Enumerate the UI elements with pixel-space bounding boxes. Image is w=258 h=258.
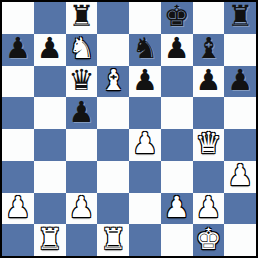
square-e7[interactable]: ♞ [129,34,161,66]
square-e3[interactable] [129,161,161,193]
square-f6[interactable] [161,66,193,98]
white-bishop[interactable]: ♝ [100,66,126,95]
square-g5[interactable] [193,97,225,129]
square-b8[interactable] [34,2,66,34]
white-pawn[interactable]: ♟ [132,129,158,158]
square-c3[interactable] [66,161,98,193]
square-h6[interactable]: ♟ [224,66,256,98]
square-b1[interactable]: ♜ [34,224,66,256]
square-a2[interactable]: ♟ [2,193,34,225]
black-pawn[interactable]: ♟ [5,34,31,63]
square-g3[interactable] [193,161,225,193]
black-pawn[interactable]: ♟ [164,34,190,63]
square-d8[interactable] [97,2,129,34]
black-knight[interactable]: ♞ [132,34,158,63]
square-h7[interactable] [224,34,256,66]
white-queen[interactable]: ♛ [195,129,221,158]
square-d6[interactable]: ♝ [97,66,129,98]
black-queen[interactable]: ♛ [68,66,94,95]
white-pawn[interactable]: ♟ [164,193,190,222]
square-a5[interactable] [2,97,34,129]
chess-board-frame: ♜♚♜♟♟♞♞♟♝♛♝♟♟♟♟♟♛♟♟♟♟♟♜♜♚ [0,0,258,258]
square-d2[interactable] [97,193,129,225]
square-a8[interactable] [2,2,34,34]
white-pawn[interactable]: ♟ [5,193,31,222]
square-d1[interactable]: ♜ [97,224,129,256]
square-d7[interactable] [97,34,129,66]
square-g7[interactable]: ♝ [193,34,225,66]
black-rook[interactable]: ♜ [227,2,253,31]
square-g8[interactable] [193,2,225,34]
black-pawn[interactable]: ♟ [132,66,158,95]
chess-board: ♜♚♜♟♟♞♞♟♝♛♝♟♟♟♟♟♛♟♟♟♟♟♜♜♚ [2,2,256,256]
square-a7[interactable]: ♟ [2,34,34,66]
black-rook[interactable]: ♜ [68,2,94,31]
square-d4[interactable] [97,129,129,161]
black-pawn[interactable]: ♟ [68,98,94,127]
white-rook[interactable]: ♜ [37,225,63,254]
square-f4[interactable] [161,129,193,161]
square-a1[interactable] [2,224,34,256]
square-g6[interactable]: ♟ [193,66,225,98]
black-king[interactable]: ♚ [164,2,190,31]
square-f7[interactable]: ♟ [161,34,193,66]
white-king[interactable]: ♚ [195,225,221,254]
square-a6[interactable] [2,66,34,98]
black-pawn[interactable]: ♟ [227,66,253,95]
white-rook[interactable]: ♜ [100,225,126,254]
square-a4[interactable] [2,129,34,161]
square-a3[interactable] [2,161,34,193]
square-b3[interactable] [34,161,66,193]
square-f2[interactable]: ♟ [161,193,193,225]
square-h3[interactable]: ♟ [224,161,256,193]
square-c2[interactable]: ♟ [66,193,98,225]
square-c4[interactable] [66,129,98,161]
square-h5[interactable] [224,97,256,129]
square-c5[interactable]: ♟ [66,97,98,129]
square-g4[interactable]: ♛ [193,129,225,161]
square-h8[interactable]: ♜ [224,2,256,34]
square-b6[interactable] [34,66,66,98]
square-c6[interactable]: ♛ [66,66,98,98]
square-e6[interactable]: ♟ [129,66,161,98]
square-b5[interactable] [34,97,66,129]
square-e8[interactable] [129,2,161,34]
square-g2[interactable]: ♟ [193,193,225,225]
square-b4[interactable] [34,129,66,161]
square-e2[interactable] [129,193,161,225]
white-pawn[interactable]: ♟ [195,193,221,222]
square-e5[interactable] [129,97,161,129]
square-e1[interactable] [129,224,161,256]
square-d5[interactable] [97,97,129,129]
white-pawn[interactable]: ♟ [227,161,253,190]
black-pawn[interactable]: ♟ [37,34,63,63]
white-pawn[interactable]: ♟ [68,193,94,222]
square-h1[interactable] [224,224,256,256]
square-h4[interactable] [224,129,256,161]
square-e4[interactable]: ♟ [129,129,161,161]
black-bishop[interactable]: ♝ [195,34,221,63]
square-f8[interactable]: ♚ [161,2,193,34]
white-knight[interactable]: ♞ [68,34,94,63]
square-f5[interactable] [161,97,193,129]
square-g1[interactable]: ♚ [193,224,225,256]
square-f3[interactable] [161,161,193,193]
square-c7[interactable]: ♞ [66,34,98,66]
square-c1[interactable] [66,224,98,256]
square-b7[interactable]: ♟ [34,34,66,66]
square-h2[interactable] [224,193,256,225]
square-f1[interactable] [161,224,193,256]
square-d3[interactable] [97,161,129,193]
square-b2[interactable] [34,193,66,225]
square-c8[interactable]: ♜ [66,2,98,34]
black-pawn[interactable]: ♟ [195,66,221,95]
